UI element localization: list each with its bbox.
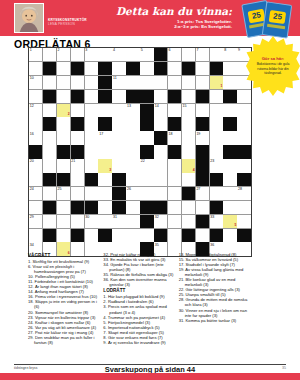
clue-number: 26 [127,187,131,191]
letter-cell[interactable] [71,76,84,89]
letter-cell[interactable]: 2 [57,48,70,61]
letter-cell[interactable] [126,201,139,214]
letter-cell[interactable] [29,229,42,242]
letter-cell[interactable] [210,104,223,117]
letter-cell[interactable] [210,48,223,61]
letter-cell[interactable] [140,229,153,242]
letter-cell[interactable] [182,173,195,186]
letter-cell[interactable] [85,62,98,75]
letter-cell[interactable] [112,229,125,242]
clue-item: 19. Av vissa kallad lång glänta med mela… [179,267,248,277]
letter-cell[interactable] [182,90,195,103]
black-cell [85,201,98,214]
clue-number: 34 [30,243,34,247]
black-cell [71,90,84,103]
black-cell [196,173,209,186]
clue-column-1: VÅGRÄTT1. Skriftlig för ett bruksföremål… [28,252,99,362]
letter-cell[interactable] [29,117,42,130]
competition-cell[interactable]: 3 [98,159,111,172]
clue-number: 4 [113,48,115,52]
letter-cell[interactable] [154,187,167,200]
letter-cell[interactable] [154,76,167,89]
letter-cell[interactable] [98,145,111,158]
letter-cell[interactable] [85,76,98,89]
prize-headline: Detta kan du vinna: [82,5,232,17]
letter-cell[interactable] [112,131,125,144]
letter-cell[interactable]: 24 [29,187,42,200]
letter-cell[interactable] [43,145,56,158]
letter-cell[interactable] [57,62,70,75]
competition-cell[interactable]: 5 [223,215,236,228]
black-cell [223,117,236,130]
letter-cell[interactable] [168,215,181,228]
black-cell [140,117,153,130]
clue-number: 33 [210,215,214,219]
letter-cell[interactable]: 13 [126,104,139,117]
black-cell [210,229,223,242]
letter-cell[interactable] [43,76,56,89]
letter-cell[interactable] [168,187,181,200]
clue-number: 24 [30,187,34,191]
prize-first: 1:a pris: Två Sverigelotter. [177,19,232,24]
letter-cell[interactable]: 31 [112,215,125,228]
black-cell [126,62,139,75]
black-cell [210,201,223,214]
letter-cell[interactable] [237,131,250,144]
clue-number: 11 [113,76,117,80]
letter-cell[interactable]: 12 [29,104,42,117]
letter-cell[interactable] [140,76,153,89]
letter-cell[interactable]: 29 [29,215,42,228]
letter-cell[interactable]: 22 [140,159,153,172]
letter-cell[interactable] [140,131,153,144]
clue-number: 10 [30,76,34,80]
letter-cell[interactable]: 25 [57,187,70,200]
letter-cell[interactable]: 30 [85,215,98,228]
letter-cell[interactable] [71,131,84,144]
letter-cell[interactable]: 11 [112,76,125,89]
clue-item: 6. Visar väl en plexiskylt i hamnbassäng… [28,264,99,274]
competition-letter-marker: 2 [68,113,70,117]
black-cell [71,229,84,242]
letter-cell[interactable]: 21 [71,159,84,172]
competition-cell[interactable]: 2 [57,104,70,117]
letter-cell[interactable]: 20 [29,159,42,172]
letter-cell[interactable] [126,215,139,228]
clue-number: 25 [57,187,61,191]
clue-number: 17 [99,132,103,136]
letter-cell[interactable] [237,159,250,172]
letter-cell[interactable] [71,48,84,61]
letter-cell[interactable] [126,117,139,130]
clue-item: 18. Släpps ju inte en vidrig person in i… [28,299,99,309]
letter-cell[interactable] [98,173,111,186]
black-cell [168,117,181,130]
letter-cell[interactable]: 23 [210,159,223,172]
letter-cell[interactable]: 28 [237,187,250,200]
black-cell [182,62,195,75]
letter-cell[interactable] [98,48,111,61]
black-cell [126,90,139,103]
black-cell [112,187,125,200]
letter-cell[interactable] [182,145,195,158]
clue-item: 26. Var på väg att bli amerikanare (4) [28,325,99,330]
black-cell [29,145,42,158]
black-cell [237,145,250,158]
black-cell [43,90,56,103]
letter-cell[interactable] [237,215,250,228]
clue-number: 13 [127,104,131,108]
clue-number: 14 [155,104,159,108]
prize-second: 2:a–3:e pris: En Sverigelott. [174,24,232,29]
black-cell [57,173,70,186]
clue-number: 31 [113,215,117,219]
letter-cell[interactable] [223,201,236,214]
letter-cell[interactable]: 7 [196,48,209,61]
clue-number: 6 [169,48,171,52]
letter-cell[interactable]: 16 [29,131,42,144]
letter-cell[interactable] [57,201,70,214]
clue-number: 3 [85,48,87,52]
letter-cell[interactable] [43,159,56,172]
letter-cell[interactable] [112,145,125,158]
letter-cell[interactable] [210,117,223,130]
letter-cell[interactable] [98,187,111,200]
letter-cell[interactable] [71,104,84,117]
black-cell [43,229,56,242]
clue-number: 9 [238,48,240,52]
letter-cell[interactable] [126,76,139,89]
clue-number: 27 [196,187,200,191]
clue-item: 7. Skapt med rätt egenskaper (5) [103,330,174,335]
black-cell [196,215,209,228]
letter-cell[interactable]: 18 [168,131,181,144]
top-banner: KRYSSKONSTRUKTÖR LENA PERSSON Detta kan … [0,0,300,36]
black-cell [196,145,209,158]
black-cell [223,145,236,158]
letter-cell[interactable]: 27 [196,187,209,200]
letter-cell[interactable] [210,187,223,200]
letter-cell[interactable] [237,90,250,103]
clue-item: 24. Kraftar i skogen som nallar (6) [28,320,99,325]
letter-cell[interactable] [196,62,209,75]
letter-cell[interactable] [85,104,98,117]
letter-cell[interactable] [196,229,209,242]
black-cell [71,201,84,214]
black-cell [43,62,56,75]
black-cell [57,145,70,158]
letter-cell[interactable] [223,173,236,186]
letter-cell[interactable] [112,104,125,117]
constructor-photo [14,3,44,33]
clue-number: 19 [196,132,200,136]
prize-lines: 1:a pris: Två Sverigelotter. 2:a–3:e pri… [82,19,232,30]
across-header: VÅGRÄTT [28,253,99,258]
letter-cell[interactable] [29,90,42,103]
black-cell [112,173,125,186]
competition-letter-marker: 5 [234,224,236,228]
black-cell [85,173,98,186]
lottery-ticket-icon: 25 [262,1,292,38]
letter-cell[interactable] [237,201,250,214]
letter-cell[interactable] [154,90,167,103]
instruction-starburst: Gör så här: Bokstäverna i de gula rutorn… [246,36,300,96]
letter-cell[interactable] [85,187,98,200]
letter-cell[interactable] [57,131,70,144]
letter-cell[interactable] [57,159,70,172]
clue-item: 31. Komma på bättre tankar (3) [179,318,248,323]
clue-number: 36 [210,243,214,247]
letter-cell[interactable]: 5 [140,48,153,61]
letter-cell[interactable]: 15 [182,104,195,117]
letter-cell[interactable]: 14 [154,104,167,117]
black-cell [210,173,223,186]
letter-cell[interactable]: 32 [154,215,167,228]
letter-cell[interactable] [223,187,236,200]
letter-cell[interactable] [168,173,181,186]
clue-number: 5 [141,48,143,52]
black-cell [182,229,195,242]
clue-item: 4. Trummar och på pannjärnet (4) [103,315,174,320]
letter-cell[interactable] [168,229,181,242]
bottom-red-bar [0,373,300,380]
letter-cell[interactable] [57,229,70,242]
letter-cell[interactable] [223,131,236,144]
clue-number: 1 [30,48,32,52]
letter-cell[interactable] [29,173,42,186]
black-cell [71,145,84,158]
black-cell [154,201,167,214]
letter-cell[interactable] [223,76,236,89]
crossword-grid[interactable]: 1234567891011112213141516171819202132242… [28,47,252,257]
letter-cell[interactable]: 10 [29,76,42,89]
clue-number: 12 [30,104,34,108]
letter-cell[interactable] [126,145,139,158]
letter-cell[interactable] [237,104,250,117]
clue-number: 15 [182,104,186,108]
letter-cell[interactable]: 8 [223,48,236,61]
clue-item: 23. Vipsar när en ballerina trippar (3) [28,315,99,320]
letter-cell[interactable] [85,117,98,130]
letter-cell[interactable]: 4 [112,48,125,61]
letter-cell[interactable] [237,117,250,130]
letter-cell[interactable] [182,215,195,228]
starburst-body: Bokstäverna i de gula rutorna bildar här… [257,62,290,74]
clue-item: 29. Den snubblar man på och faller i far… [28,335,99,345]
letter-cell[interactable] [168,159,181,172]
black-cell [237,229,250,242]
letter-cell[interactable] [168,62,181,75]
letter-cell[interactable] [140,187,153,200]
letter-cell[interactable] [223,159,236,172]
black-cell [43,173,56,186]
letter-cell[interactable] [98,104,111,117]
letter-cell[interactable] [126,159,139,172]
black-cell [98,117,111,130]
letter-cell[interactable] [43,104,56,117]
ticket-band [267,24,285,29]
letter-cell[interactable] [126,48,139,61]
black-cell [140,145,153,158]
letter-cell[interactable] [154,117,167,130]
clue-item: 28. Grunda de mitten med de romska och k… [179,297,248,307]
clue-number: 32 [155,215,159,219]
black-cell [237,173,250,186]
black-cell [168,90,181,103]
black-cell [168,145,181,158]
black-cell [98,62,111,75]
clue-item: 30. Vinner en med sju i leken om nån int… [179,308,248,318]
clue-number: 16 [30,132,34,136]
letter-cell[interactable] [126,131,139,144]
letter-cell[interactable] [71,215,84,228]
clue-number: 30 [85,215,89,219]
black-cell [140,104,153,117]
clue-number: 7 [196,48,198,52]
letter-cell[interactable] [85,159,98,172]
letter-cell[interactable] [71,173,84,186]
letter-cell[interactable] [43,187,56,200]
letter-cell[interactable] [126,229,139,242]
letter-cell[interactable] [71,187,84,200]
clue-number: 35 [155,243,159,247]
letter-cell[interactable] [126,173,139,186]
clue-section: VÅGRÄTT1. Skriftlig för ett bruksföremål… [28,252,248,362]
letter-cell[interactable] [223,104,236,117]
letter-cell[interactable] [168,104,181,117]
letter-cell[interactable] [182,76,195,89]
letter-cell[interactable] [85,131,98,144]
letter-cell[interactable] [43,48,56,61]
letter-cell[interactable] [112,62,125,75]
clue-item: 9. Är ej svenska för invandrare (9) [103,340,174,345]
clue-number: 8 [224,48,226,52]
clue-number: 20 [30,159,34,163]
letter-cell[interactable] [223,62,236,75]
competition-letter-marker: 1 [220,85,222,89]
letter-cell[interactable] [196,104,209,117]
black-cell [196,159,209,172]
black-cell [98,76,111,89]
letter-cell[interactable] [98,201,111,214]
letter-cell[interactable] [112,117,125,130]
letter-cell[interactable]: 3 [85,48,98,61]
letter-cell[interactable] [57,117,70,130]
page-number: 35 [282,366,286,370]
letter-cell[interactable] [182,131,195,144]
clue-column-3: 13. Mopedbilen digitaliserad (8)15. Så v… [179,252,248,362]
letter-cell[interactable] [196,201,209,214]
clue-number: 2 [57,48,59,52]
letter-cell[interactable] [98,215,111,228]
clue-item: 3. Precis som en anka spolad med pedant … [103,304,174,314]
letter-cell[interactable]: 19 [196,131,209,144]
competition-letter-marker: 3 [109,169,111,173]
black-cell [140,201,153,214]
letter-cell[interactable]: 17 [98,131,111,144]
clue-number: 22 [141,159,145,163]
starburst-title: Gör så här: [254,57,292,61]
black-cell [223,90,236,103]
letter-cell[interactable] [112,159,125,172]
letter-cell[interactable] [85,229,98,242]
down-header: LODRÄTT [103,288,174,293]
letter-cell[interactable] [154,145,167,158]
black-cell [196,117,209,130]
letter-cell[interactable] [43,215,56,228]
black-cell [154,48,167,61]
letter-cell[interactable]: 1 [29,48,42,61]
letter-cell[interactable] [43,131,56,144]
black-cell [182,187,195,200]
black-cell [154,62,167,75]
clue-item: 34. Gjorde Fia kvar i barken (inte punka… [103,262,174,272]
black-cell [112,201,125,214]
clue-number: 18 [169,132,173,136]
clue-number: 21 [71,159,75,163]
competition-cell[interactable]: 4 [182,159,195,172]
clue-number: 29 [30,215,34,219]
letter-cell[interactable] [85,145,98,158]
letter-cell[interactable] [85,90,98,103]
clue-number: 28 [238,187,242,191]
letter-cell[interactable] [210,131,223,144]
competition-letter-marker: 4 [193,169,195,173]
black-cell [140,215,153,228]
letter-cell[interactable] [210,145,223,158]
black-cell [71,62,84,75]
black-cell [43,117,56,130]
byline-name: LENA PERSSON [48,22,75,26]
letter-cell[interactable]: 33 [210,215,223,228]
ticket-value: 25 [269,10,287,24]
lottery-tickets: 25 25 [236,1,298,37]
letter-cell[interactable] [57,215,70,228]
letter-cell[interactable] [210,90,223,103]
letter-cell[interactable] [154,173,167,186]
letter-cell[interactable] [57,76,70,89]
clue-column-2: 32. Prat när käftar rör sig (3)33. En ma… [103,252,174,362]
letter-cell[interactable] [154,159,167,172]
clue-number: 23 [210,159,214,163]
letter-cell[interactable] [223,229,236,242]
clue-item: 27. Prat när käkar rör sig i mang (4) [28,330,99,335]
letter-cell[interactable]: 26 [126,187,139,200]
letter-cell[interactable] [182,201,195,214]
competition-cell[interactable]: 1 [210,76,223,89]
letter-cell[interactable] [168,76,181,89]
letter-cell[interactable] [168,201,181,214]
letter-cell[interactable] [57,90,70,103]
clue-item: 21. Blir konkav glad av en med melankoli… [179,277,248,287]
black-cell [98,90,111,103]
black-cell [140,90,153,103]
letter-cell[interactable] [182,117,195,130]
letter-cell[interactable]: 6 [168,48,181,61]
letter-cell[interactable] [182,48,195,61]
letter-cell[interactable] [140,62,153,75]
black-cell [196,90,209,103]
black-cell [98,229,111,242]
black-cell [154,131,167,144]
letter-cell[interactable] [112,90,125,103]
letter-cell[interactable] [29,201,42,214]
black-cell [154,229,167,242]
letter-cell[interactable] [29,62,42,75]
letter-cell[interactable] [196,76,209,89]
letter-cell[interactable] [140,173,153,186]
black-cell [210,62,223,75]
